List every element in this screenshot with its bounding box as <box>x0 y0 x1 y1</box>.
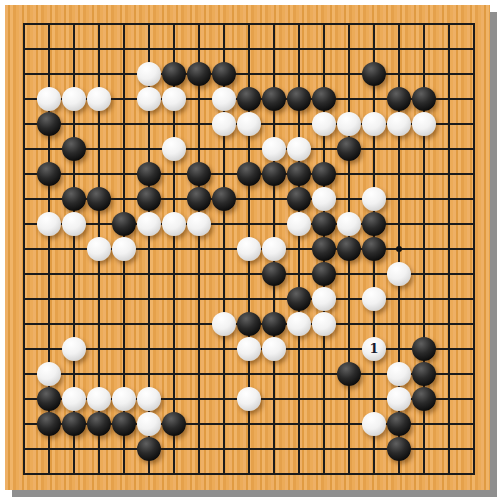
stone-black <box>137 162 161 186</box>
stone-white <box>362 187 386 211</box>
stone-black <box>212 187 236 211</box>
stone-black <box>162 412 186 436</box>
stone-white <box>287 212 311 236</box>
stone-black <box>387 412 411 436</box>
stone-white <box>362 412 386 436</box>
stone-black <box>37 162 61 186</box>
stone-black <box>237 312 261 336</box>
stone-white <box>287 312 311 336</box>
stone-black <box>287 287 311 311</box>
stone-black <box>262 87 286 111</box>
stone-white <box>37 212 61 236</box>
stone-white <box>62 387 86 411</box>
stone-black <box>287 187 311 211</box>
stone-black <box>312 237 336 261</box>
stone-white <box>112 387 136 411</box>
stone-black <box>62 412 86 436</box>
stone-black <box>112 212 136 236</box>
stone-white <box>312 287 336 311</box>
stone-black <box>212 62 236 86</box>
stone-black <box>362 212 386 236</box>
stone-white <box>412 112 436 136</box>
stone-white <box>312 312 336 336</box>
stone-white <box>262 237 286 261</box>
stone-white <box>112 237 136 261</box>
stone-white <box>137 412 161 436</box>
stone-white <box>87 237 111 261</box>
stone-white <box>37 362 61 386</box>
stone-black <box>312 262 336 286</box>
stone-white <box>362 112 386 136</box>
stone-black <box>337 237 361 261</box>
stone-black <box>162 62 186 86</box>
stone-white <box>137 387 161 411</box>
stone-black <box>187 62 211 86</box>
stone-white <box>87 387 111 411</box>
stone-white <box>362 287 386 311</box>
stone-white <box>187 212 211 236</box>
stone-black <box>312 87 336 111</box>
stone-white <box>137 62 161 86</box>
stone-black <box>362 237 386 261</box>
stone-white <box>162 137 186 161</box>
stone-black <box>187 162 211 186</box>
stone-black <box>137 437 161 461</box>
stone-white <box>62 87 86 111</box>
stone-white <box>137 212 161 236</box>
stone-white <box>162 87 186 111</box>
stone-white <box>387 362 411 386</box>
stone-white <box>87 87 111 111</box>
stone-black <box>62 187 86 211</box>
stone-black <box>262 312 286 336</box>
stone-white <box>212 312 236 336</box>
stone-black <box>412 337 436 361</box>
stone-white <box>237 112 261 136</box>
go-board: 1 <box>5 5 490 490</box>
stone-black <box>187 187 211 211</box>
stone-black <box>37 387 61 411</box>
hoshi-point <box>396 246 402 252</box>
stone-black <box>387 437 411 461</box>
stone-black <box>412 362 436 386</box>
stone-black <box>112 412 136 436</box>
stone-black <box>287 87 311 111</box>
stone-black <box>37 112 61 136</box>
stone-white <box>237 387 261 411</box>
stone-black <box>412 387 436 411</box>
stone-black <box>262 162 286 186</box>
stone-white <box>387 262 411 286</box>
stone-white <box>37 87 61 111</box>
stone-white <box>312 187 336 211</box>
stone-white <box>62 212 86 236</box>
stone-black <box>62 137 86 161</box>
stone-white <box>262 137 286 161</box>
stone-black <box>337 362 361 386</box>
stone-black <box>362 62 386 86</box>
stone-white <box>387 387 411 411</box>
stone-black <box>262 262 286 286</box>
stone-black <box>37 412 61 436</box>
stone-white <box>137 87 161 111</box>
stone-white <box>237 337 261 361</box>
stone-white <box>262 337 286 361</box>
stone-white <box>237 237 261 261</box>
stone-white <box>212 87 236 111</box>
stone-white <box>212 112 236 136</box>
stone-white <box>62 337 86 361</box>
stone-black <box>87 187 111 211</box>
stone-black <box>237 162 261 186</box>
stone-black <box>312 212 336 236</box>
stone-white <box>162 212 186 236</box>
stone-white <box>312 112 336 136</box>
stone-white <box>362 337 386 361</box>
stone-black <box>137 187 161 211</box>
page: 1 <box>0 0 500 500</box>
stone-black <box>287 162 311 186</box>
stone-white <box>387 112 411 136</box>
stone-black <box>412 87 436 111</box>
stone-black <box>337 137 361 161</box>
stone-black <box>237 87 261 111</box>
stone-white <box>337 212 361 236</box>
stone-black <box>87 412 111 436</box>
stone-white <box>337 112 361 136</box>
stone-black <box>387 87 411 111</box>
stone-black <box>312 162 336 186</box>
stone-white <box>287 137 311 161</box>
